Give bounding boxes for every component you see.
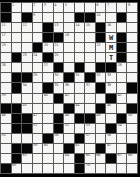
cell-r4-c10[interactable]: M xyxy=(106,43,116,52)
cell-r16-c1[interactable]: 69 xyxy=(12,164,22,173)
cell-r10-c4[interactable] xyxy=(43,104,53,113)
clue-number: 18 xyxy=(65,33,69,37)
clue-number: 48 xyxy=(65,113,69,117)
cell-r9-c0[interactable]: 39 xyxy=(1,94,11,103)
cell-r0-c8[interactable] xyxy=(85,3,95,12)
cell-r2-c7[interactable]: 14 xyxy=(75,23,85,32)
cell-r4-c8[interactable] xyxy=(85,43,95,52)
cell-r6-c2[interactable] xyxy=(22,63,32,72)
clue-number: 15 xyxy=(86,23,90,27)
clue-number: 32 xyxy=(96,73,100,77)
cell-r1-c5[interactable] xyxy=(54,13,64,22)
clue-number: 56 xyxy=(54,133,58,137)
cell-r5-c0[interactable] xyxy=(1,53,11,62)
cell-r12-c9[interactable] xyxy=(96,124,106,133)
cell-r0-c5[interactable]: 4 xyxy=(54,3,64,12)
cell-r3-c7[interactable] xyxy=(75,33,85,42)
cell-r3-c6[interactable]: 18 xyxy=(64,33,74,42)
block-r10-c1 xyxy=(12,104,22,113)
cell-r14-c10[interactable]: 62 xyxy=(106,144,116,153)
block-r12-c2 xyxy=(22,124,32,133)
cell-r1-c9[interactable]: 10 xyxy=(96,13,106,22)
clue-number: 25 xyxy=(54,53,58,57)
clue-number: 20 xyxy=(44,43,48,47)
block-r3-c4 xyxy=(43,33,53,42)
block-r11-c11 xyxy=(117,114,127,123)
cell-r14-c7[interactable]: 61 xyxy=(75,144,85,153)
clue-number: 3 xyxy=(44,3,46,7)
block-r4-c11 xyxy=(117,43,127,52)
cell-r15-c6[interactable]: 64 xyxy=(64,154,74,163)
block-r13-c4 xyxy=(43,134,53,143)
block-r6-c9 xyxy=(96,63,106,72)
block-r14-c2 xyxy=(22,144,32,153)
cell-r1-c1[interactable] xyxy=(12,13,22,22)
cell-r6-c1[interactable] xyxy=(12,63,22,72)
clue-number: 43 xyxy=(23,103,27,107)
clue-number: 21 xyxy=(54,43,58,47)
block-r0-c0 xyxy=(1,3,11,12)
cell-r3-c1[interactable] xyxy=(12,33,22,42)
cell-r15-c5[interactable] xyxy=(54,154,64,163)
cell-r7-c4[interactable] xyxy=(43,73,53,82)
cell-r15-c3[interactable] xyxy=(33,154,43,163)
cell-r13-c10[interactable]: 58 xyxy=(106,134,116,143)
cell-r7-c0[interactable] xyxy=(1,73,11,82)
cell-r8-c5[interactable]: 35 xyxy=(54,83,64,92)
cell-r4-c5[interactable]: 21 xyxy=(54,43,64,52)
cell-r9-c6[interactable]: 41 xyxy=(64,94,74,103)
clue-number: 23 xyxy=(23,53,27,57)
clue-number: 2 xyxy=(33,3,35,7)
block-r11-c2 xyxy=(22,114,32,123)
cell-r5-c9[interactable] xyxy=(96,53,106,62)
cell-r0-c4[interactable]: 3 xyxy=(43,3,53,12)
cell-r12-c8[interactable]: 53 xyxy=(85,124,95,133)
cell-r1-c12[interactable] xyxy=(127,13,137,22)
block-r8-c4 xyxy=(43,83,53,92)
clue-number: 33 xyxy=(107,73,111,77)
clue-number: 49 xyxy=(96,113,100,117)
cell-r3-c8[interactable] xyxy=(85,33,95,42)
cell-r12-c0[interactable] xyxy=(1,124,11,133)
cell-r13-c2[interactable] xyxy=(22,134,32,143)
block-r14-c1 xyxy=(12,144,22,153)
cell-r7-c11[interactable] xyxy=(117,73,127,82)
cell-r14-c8[interactable] xyxy=(85,144,95,153)
cell-r11-c12[interactable]: 50 xyxy=(127,114,137,123)
clue-number: 37 xyxy=(86,83,90,87)
block-r2-c4 xyxy=(43,23,53,32)
cell-r12-c11[interactable]: 54 xyxy=(117,124,127,133)
cell-r13-c8[interactable]: 57 xyxy=(85,134,95,143)
block-r15-c10 xyxy=(106,154,116,163)
clue-number: 22 xyxy=(96,43,100,47)
clue-number: 17 xyxy=(2,33,6,37)
cell-r7-c3[interactable]: 29 xyxy=(33,73,43,82)
cell-r8-c10[interactable]: 38 xyxy=(106,83,116,92)
cell-r1-c6[interactable] xyxy=(64,13,74,22)
clue-number: 26 xyxy=(2,63,6,67)
cell-r10-c3[interactable] xyxy=(33,104,43,113)
cell-r8-c6[interactable]: 36 xyxy=(64,83,74,92)
clue-number: 46 xyxy=(2,113,6,117)
cell-r7-c7[interactable]: 31 xyxy=(75,73,85,82)
block-r3-c9 xyxy=(96,33,106,42)
block-r16-c0 xyxy=(1,164,11,173)
block-r11-c5 xyxy=(54,114,64,123)
cell-r11-c10[interactable] xyxy=(106,114,116,123)
cell-r16-c8[interactable]: 70 xyxy=(85,164,95,173)
block-r7-c2 xyxy=(22,73,32,82)
cell-r9-c2[interactable] xyxy=(22,94,32,103)
cell-r10-c7[interactable]: 44 xyxy=(75,104,85,113)
cell-r4-c9[interactable]: 22 xyxy=(96,43,106,52)
filled-letter: M xyxy=(106,44,116,52)
cell-r2-c12[interactable] xyxy=(127,23,137,32)
filled-letter: T xyxy=(106,54,116,62)
cell-r12-c6[interactable]: 52 xyxy=(64,124,74,133)
cell-r3-c10[interactable]: W xyxy=(106,33,116,42)
cell-r3-c12[interactable] xyxy=(127,33,137,42)
block-r12-c5 xyxy=(54,124,64,133)
cell-r9-c9[interactable] xyxy=(96,94,106,103)
cell-r10-c10[interactable]: 45 xyxy=(106,104,116,113)
cell-r4-c7[interactable] xyxy=(75,43,85,52)
cell-r3-c2[interactable] xyxy=(22,33,32,42)
cell-r11-c4[interactable] xyxy=(43,114,53,123)
clue-number: 54 xyxy=(117,123,121,127)
cell-r0-c1[interactable]: 1 xyxy=(12,3,22,12)
cell-r15-c2[interactable]: 63 xyxy=(22,154,32,163)
block-r6-c10 xyxy=(106,63,116,72)
cell-r0-c7[interactable] xyxy=(75,3,85,12)
cell-r12-c7[interactable] xyxy=(75,124,85,133)
cell-r2-c11[interactable] xyxy=(117,23,127,32)
clue-number: 40 xyxy=(44,93,48,97)
cell-r14-c0[interactable] xyxy=(1,144,11,153)
cell-r10-c5[interactable] xyxy=(54,104,64,113)
clue-number: 12 xyxy=(23,23,27,27)
cell-r14-c4[interactable]: 60 xyxy=(43,144,53,153)
clue-number: 16 xyxy=(107,23,111,27)
block-r12-c10 xyxy=(106,124,116,133)
clue-number: 29 xyxy=(33,73,37,77)
block-r13-c7 xyxy=(75,134,85,143)
cell-r9-c8[interactable] xyxy=(85,94,95,103)
clue-number: 60 xyxy=(44,143,48,147)
cell-r6-c3[interactable] xyxy=(33,63,43,72)
clue-number: 57 xyxy=(86,133,90,137)
cell-r4-c1[interactable] xyxy=(12,43,22,52)
cell-r5-c5[interactable]: 25 xyxy=(54,53,64,62)
block-r9-c10 xyxy=(106,94,116,103)
cell-r7-c12[interactable] xyxy=(127,73,137,82)
clue-number: 66 xyxy=(96,153,100,157)
cell-r2-c2[interactable]: 12 xyxy=(22,23,32,32)
cell-r3-c3[interactable] xyxy=(33,33,43,42)
cell-r0-c3[interactable]: 2 xyxy=(33,3,43,12)
block-r1-c11 xyxy=(117,13,127,22)
cell-r11-c6[interactable]: 48 xyxy=(64,114,74,123)
block-r7-c6 xyxy=(64,73,74,82)
cell-r8-c11[interactable] xyxy=(117,83,127,92)
clue-number: 58 xyxy=(107,133,111,137)
block-r3-c5 xyxy=(54,33,64,42)
cell-r2-c10[interactable]: 16 xyxy=(106,23,116,32)
cell-r14-c11[interactable] xyxy=(117,144,127,153)
block-r5-c1 xyxy=(12,53,22,62)
cell-r13-c0[interactable]: 55 xyxy=(1,134,11,143)
clue-number: 10 xyxy=(96,13,100,17)
cell-r16-c6[interactable] xyxy=(64,164,74,173)
clue-number: 67 xyxy=(117,153,121,157)
cell-r15-c8[interactable]: 65 xyxy=(85,154,95,163)
block-r2-c9 xyxy=(96,23,106,32)
clue-number: 50 xyxy=(128,113,132,117)
clue-number: 62 xyxy=(107,143,111,147)
clue-number: 31 xyxy=(75,73,79,77)
clue-number: 63 xyxy=(23,153,27,157)
block-r15-c1 xyxy=(12,154,22,163)
block-r1-c2 xyxy=(22,13,32,22)
block-r8-c9 xyxy=(96,83,106,92)
clue-number: 27 xyxy=(44,63,48,67)
cell-r4-c2[interactable] xyxy=(22,43,32,52)
cell-r15-c11[interactable]: 67 xyxy=(117,154,127,163)
cell-r9-c1[interactable] xyxy=(12,94,22,103)
block-r15-c7 xyxy=(75,154,85,163)
block-r7-c1 xyxy=(12,73,22,82)
cell-r15-c12[interactable]: 68 xyxy=(127,154,137,163)
cell-r13-c3[interactable] xyxy=(33,134,43,143)
cell-r15-c0[interactable] xyxy=(1,154,11,163)
cell-r2-c8[interactable]: 15 xyxy=(85,23,95,32)
cell-r9-c3[interactable] xyxy=(33,94,43,103)
cell-r7-c5[interactable]: 30 xyxy=(54,73,64,82)
cell-r16-c12[interactable] xyxy=(127,164,137,173)
block-r8-c1 xyxy=(12,83,22,92)
block-r3-c11 xyxy=(117,33,127,42)
clue-number: 30 xyxy=(54,73,58,77)
cell-r11-c9[interactable]: 49 xyxy=(96,114,106,123)
clue-number: 8 xyxy=(128,3,130,7)
clue-number: 70 xyxy=(86,163,90,167)
block-r1-c7 xyxy=(75,13,85,22)
clue-number: 41 xyxy=(65,93,69,97)
cell-r13-c12[interactable] xyxy=(127,134,137,143)
cell-r6-c4[interactable]: 27 xyxy=(43,63,53,72)
cell-r1-c10[interactable] xyxy=(106,13,116,22)
clue-number: 55 xyxy=(2,133,6,137)
cell-r2-c1[interactable] xyxy=(12,23,22,32)
cell-r13-c6[interactable] xyxy=(64,134,74,143)
block-r8-c12 xyxy=(127,83,137,92)
cell-r13-c11[interactable] xyxy=(117,134,127,143)
cell-r3-c0[interactable]: 17 xyxy=(1,33,11,42)
clue-number: 1 xyxy=(12,3,14,7)
filled-letter: W xyxy=(106,34,116,42)
cell-r15-c9[interactable]: 66 xyxy=(96,154,106,163)
clue-number: 53 xyxy=(86,123,90,127)
block-r11-c8 xyxy=(85,114,95,123)
cell-r5-c12[interactable] xyxy=(127,53,137,62)
clue-number: 68 xyxy=(128,153,132,157)
cell-r12-c4[interactable] xyxy=(43,124,53,133)
block-r4-c3 xyxy=(33,43,43,52)
cell-r6-c6[interactable] xyxy=(64,63,74,72)
cell-r5-c2[interactable]: 23 xyxy=(22,53,32,62)
block-r10-c12 xyxy=(127,104,137,113)
clue-number: 61 xyxy=(75,143,79,147)
cell-r5-c8[interactable] xyxy=(85,53,95,62)
cell-r5-c7[interactable] xyxy=(75,53,85,62)
cell-r5-c3[interactable]: 24 xyxy=(33,53,43,62)
block-r11-c7 xyxy=(75,114,85,123)
cell-r9-c4[interactable]: 40 xyxy=(43,94,53,103)
clue-number: 59 xyxy=(33,143,37,147)
cell-r16-c2[interactable] xyxy=(22,164,32,173)
block-r10-c0 xyxy=(1,104,11,113)
cell-r5-c6[interactable] xyxy=(64,53,74,62)
cell-r0-c6[interactable]: 5 xyxy=(64,3,74,12)
cell-r16-c5[interactable] xyxy=(54,164,64,173)
cell-r4-c0[interactable]: 19 xyxy=(1,43,11,52)
cell-r10-c11[interactable] xyxy=(117,104,127,113)
clue-number: 4 xyxy=(54,3,56,7)
clue-number: 19 xyxy=(2,43,6,47)
cell-r4-c4[interactable]: 20 xyxy=(43,43,53,52)
cell-r0-c2[interactable] xyxy=(22,3,32,12)
cell-r16-c9[interactable] xyxy=(96,164,106,173)
clue-number: 47 xyxy=(33,113,37,117)
cell-r6-c11[interactable]: 28 xyxy=(117,63,127,72)
clue-number: 64 xyxy=(65,153,69,157)
cell-r10-c2[interactable]: 43 xyxy=(22,104,32,113)
cell-r9-c11[interactable]: 42 xyxy=(117,94,127,103)
clue-number: 28 xyxy=(117,63,121,67)
block-r10-c9 xyxy=(96,104,106,113)
clue-number: 51 xyxy=(33,123,37,127)
cell-r1-c3[interactable]: 9 xyxy=(33,13,43,22)
cell-r14-c3[interactable]: 59 xyxy=(33,144,43,153)
block-r14-c6 xyxy=(64,144,74,153)
clue-number: 7 xyxy=(107,3,109,7)
cell-r16-c4[interactable] xyxy=(43,164,53,173)
cell-r13-c5[interactable]: 56 xyxy=(54,134,64,143)
cell-r1-c4[interactable] xyxy=(43,13,53,22)
clue-number: 6 xyxy=(96,3,98,7)
cell-r8-c7[interactable] xyxy=(75,83,85,92)
cell-r7-c10[interactable]: 33 xyxy=(106,73,116,82)
block-r12-c1 xyxy=(12,124,22,133)
cell-r16-c11[interactable] xyxy=(117,164,127,173)
cell-r8-c0[interactable] xyxy=(1,83,11,92)
clue-number: 38 xyxy=(107,83,111,87)
cell-r16-c10[interactable] xyxy=(106,164,116,173)
cell-r0-c12[interactable]: 8 xyxy=(127,3,137,12)
cell-r9-c7[interactable] xyxy=(75,94,85,103)
cell-r8-c3[interactable] xyxy=(33,83,43,92)
cell-r10-c8[interactable] xyxy=(85,104,95,113)
clue-number: 11 xyxy=(2,23,6,27)
block-r6-c5 xyxy=(54,63,64,72)
cell-r12-c12[interactable] xyxy=(127,124,137,133)
cell-r9-c12[interactable] xyxy=(127,94,137,103)
block-r5-c4 xyxy=(43,53,53,62)
cell-r12-c3[interactable]: 51 xyxy=(33,124,43,133)
cell-r13-c9[interactable] xyxy=(96,134,106,143)
clue-number: 52 xyxy=(65,123,69,127)
cell-r14-c5[interactable] xyxy=(54,144,64,153)
cell-r5-c10[interactable]: T xyxy=(106,53,116,62)
block-r5-c11 xyxy=(117,53,127,62)
clue-number: 39 xyxy=(2,93,6,97)
cell-r0-c9[interactable]: 6 xyxy=(96,3,106,12)
cell-r8-c8[interactable]: 37 xyxy=(85,83,95,92)
cell-r4-c12[interactable] xyxy=(127,43,137,52)
clue-number: 5 xyxy=(65,3,67,7)
block-r11-c1 xyxy=(12,114,22,123)
cell-r6-c12[interactable] xyxy=(127,63,137,72)
block-r10-c6 xyxy=(64,104,74,113)
clue-number: 65 xyxy=(86,153,90,157)
clue-number: 69 xyxy=(12,163,16,167)
cell-r0-c11[interactable] xyxy=(117,3,127,12)
block-r14-c12 xyxy=(127,144,137,153)
cell-r7-c9[interactable]: 32 xyxy=(96,73,106,82)
clue-number: 36 xyxy=(65,83,69,87)
clue-number: 44 xyxy=(75,103,79,107)
cell-r6-c0[interactable]: 26 xyxy=(1,63,11,72)
cell-r8-c2[interactable]: 34 xyxy=(22,83,32,92)
clue-number: 14 xyxy=(75,23,79,27)
block-r1-c8 xyxy=(85,13,95,22)
clue-number: 13 xyxy=(54,23,58,27)
clue-number: 35 xyxy=(54,83,58,87)
block-r14-c9 xyxy=(96,144,106,153)
crossword-grid: 123456789101112131415161718W19202122M232… xyxy=(0,2,138,174)
clue-number: 24 xyxy=(33,53,37,57)
cell-r11-c0[interactable]: 46 xyxy=(1,114,11,123)
cell-r13-c1[interactable] xyxy=(12,134,22,143)
clue-number: 9 xyxy=(33,13,35,17)
cell-r2-c6[interactable] xyxy=(64,23,74,32)
cell-r4-c6[interactable] xyxy=(64,43,74,52)
cell-r2-c3[interactable] xyxy=(33,23,43,32)
block-r16-c7 xyxy=(75,164,85,173)
cell-r2-c5[interactable]: 13 xyxy=(54,23,64,32)
block-r7-c8 xyxy=(85,73,95,82)
cell-r16-c3[interactable] xyxy=(33,164,43,173)
block-r1-c0 xyxy=(1,13,11,22)
block-r6-c7 xyxy=(75,63,85,72)
cell-r2-c0[interactable]: 11 xyxy=(1,23,11,32)
cell-r15-c4[interactable] xyxy=(43,154,53,163)
cell-r0-c10[interactable]: 7 xyxy=(106,3,116,12)
clue-number: 45 xyxy=(107,103,111,107)
cell-r11-c3[interactable]: 47 xyxy=(33,114,43,123)
clue-number: 34 xyxy=(23,83,27,87)
clue-number: 42 xyxy=(117,93,121,97)
block-r9-c5 xyxy=(54,94,64,103)
cell-r6-c8[interactable] xyxy=(85,63,95,72)
